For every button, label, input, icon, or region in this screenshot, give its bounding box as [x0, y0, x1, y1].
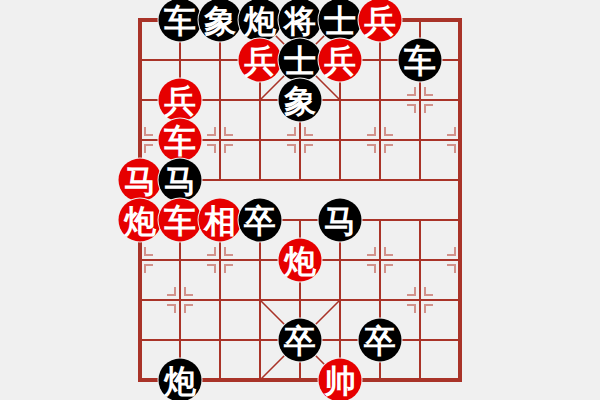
piece-black-cannon[interactable]: 炮: [239, 0, 282, 42]
piece-black-chariot[interactable]: 车: [399, 39, 442, 82]
piece-red-soldier[interactable]: 兵: [319, 39, 362, 82]
piece-black-soldier[interactable]: 卒: [239, 199, 282, 242]
piece-red-soldier[interactable]: 兵: [239, 39, 282, 82]
xiangqi-board: 车象炮将士兵兵士兵车兵象车马马炮车相卒马炮卒卒炮帅: [0, 0, 600, 400]
piece-black-soldier[interactable]: 卒: [279, 319, 322, 362]
piece-red-cannon[interactable]: 炮: [119, 199, 162, 242]
piece-black-elephant[interactable]: 象: [279, 79, 322, 122]
piece-black-soldier[interactable]: 卒: [359, 319, 402, 362]
piece-black-general[interactable]: 将: [279, 0, 322, 42]
piece-black-chariot[interactable]: 车: [159, 0, 202, 42]
piece-red-horse[interactable]: 马: [119, 159, 162, 202]
piece-red-soldier[interactable]: 兵: [359, 0, 402, 42]
piece-black-elephant[interactable]: 象: [199, 0, 242, 42]
pieces-layer: 车象炮将士兵兵士兵车兵象车马马炮车相卒马炮卒卒炮帅: [0, 0, 600, 400]
piece-red-chariot[interactable]: 车: [159, 199, 202, 242]
piece-red-cannon[interactable]: 炮: [279, 239, 322, 282]
piece-black-horse[interactable]: 马: [319, 199, 362, 242]
piece-black-advisor[interactable]: 士: [279, 39, 322, 82]
piece-red-soldier[interactable]: 兵: [159, 79, 202, 122]
piece-black-cannon[interactable]: 炮: [159, 359, 202, 400]
piece-black-advisor[interactable]: 士: [319, 0, 362, 42]
piece-black-horse[interactable]: 马: [159, 159, 202, 202]
piece-red-elephant[interactable]: 相: [199, 199, 242, 242]
piece-red-chariot[interactable]: 车: [159, 119, 202, 162]
piece-red-general[interactable]: 帅: [319, 359, 362, 400]
